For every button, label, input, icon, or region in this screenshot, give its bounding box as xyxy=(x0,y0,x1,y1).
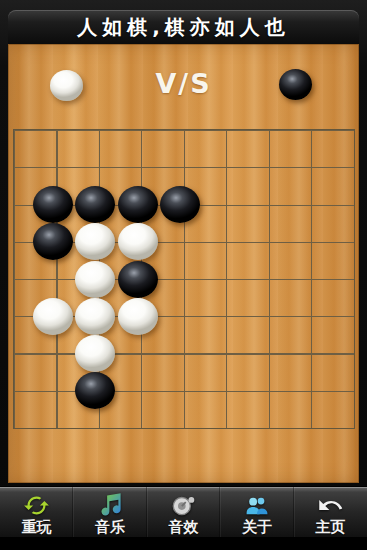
sound-icon xyxy=(170,492,197,519)
white-stone xyxy=(75,261,115,298)
white-stone xyxy=(118,223,158,260)
music-button[interactable]: 音乐 xyxy=(73,487,146,538)
app-title: 人如棋,棋亦如人也 xyxy=(77,14,290,41)
black-stone xyxy=(118,261,158,298)
sound-button[interactable]: 音效 xyxy=(147,487,220,538)
about-label: 关于 xyxy=(242,519,272,536)
about-icon xyxy=(243,492,270,519)
black-player-stone xyxy=(279,69,312,100)
black-stone xyxy=(33,223,73,260)
music-icon xyxy=(97,492,124,519)
bottom-strip xyxy=(0,537,367,550)
white-stone xyxy=(75,335,115,372)
home-icon xyxy=(317,492,344,519)
app-screen: 人如棋,棋亦如人也 V/S 重玩音乐音效关于主页 xyxy=(0,0,367,550)
white-stone xyxy=(33,298,73,335)
toolbar: 重玩音乐音效关于主页 xyxy=(0,486,367,538)
black-stone xyxy=(118,186,158,223)
wood-panel: V/S xyxy=(8,44,359,483)
white-stone xyxy=(75,223,115,260)
black-stone xyxy=(75,372,115,409)
home-label: 主页 xyxy=(315,519,345,536)
music-label: 音乐 xyxy=(95,519,125,536)
replay-label: 重玩 xyxy=(22,519,52,536)
replay-icon xyxy=(23,492,50,519)
black-stone xyxy=(160,186,200,223)
black-stone xyxy=(33,186,73,223)
white-stone xyxy=(118,298,158,335)
about-button[interactable]: 关于 xyxy=(220,487,293,538)
white-stone xyxy=(75,298,115,335)
home-button[interactable]: 主页 xyxy=(294,487,367,538)
black-stone xyxy=(75,186,115,223)
title-bar: 人如棋,棋亦如人也 xyxy=(8,10,359,44)
sound-label: 音效 xyxy=(169,519,199,536)
goban[interactable] xyxy=(13,129,355,429)
replay-button[interactable]: 重玩 xyxy=(0,487,73,538)
